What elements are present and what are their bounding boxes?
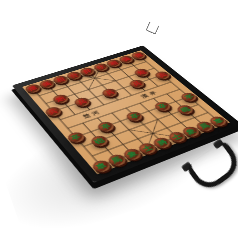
case-clasp-icon [145, 21, 159, 35]
piece-character: 俥 [133, 52, 143, 57]
board-point-6-6: 卒 [151, 100, 174, 113]
piece-character: 卒 [128, 112, 140, 119]
board-point-6-2: 卒 [94, 120, 117, 134]
piece-green-soldier[interactable]: 卒 [95, 120, 116, 133]
piece-character: 卒 [69, 133, 81, 141]
piece-character: 俥 [27, 85, 38, 91]
piece-character: 卒 [99, 123, 111, 130]
piece-character: 兵 [104, 89, 115, 95]
piece-character: 炮 [55, 95, 66, 102]
piece-green-soldier[interactable]: 卒 [179, 91, 200, 102]
product-photo-scene: 楚河 漢界 俥傌相仕帥仕相傌俥炮炮兵兵兵兵兵卒卒卒卒卒砲砲車馬象士將士象馬車 [0, 0, 238, 238]
piece-character: 將 [156, 138, 169, 146]
board-point-6-0: 卒 [64, 130, 87, 145]
piece-character: 士 [170, 133, 183, 141]
piece-red-soldier[interactable]: 兵 [153, 70, 173, 80]
piece-character: 相 [108, 60, 119, 66]
piece-character: 仕 [69, 72, 80, 78]
board-point-7-7: 砲 [174, 103, 197, 116]
piece-red-soldier[interactable]: 兵 [100, 87, 120, 98]
piece-character: 砲 [93, 137, 106, 145]
piece-character: 傌 [41, 81, 52, 87]
piece-character: 炮 [136, 69, 147, 75]
piece-character: 兵 [131, 80, 142, 86]
piece-red-soldier[interactable]: 兵 [43, 105, 63, 117]
piece-character: 車 [94, 161, 107, 170]
piece-red-cannon[interactable]: 炮 [132, 67, 151, 77]
piece-character: 象 [184, 127, 197, 135]
board-point-3-8: 兵 [152, 70, 173, 81]
piece-character: 卒 [183, 93, 195, 99]
piece-character: 兵 [76, 98, 87, 105]
piece-character: 車 [212, 117, 224, 124]
piece-character: 傌 [121, 56, 132, 61]
piece-character: 仕 [95, 64, 106, 70]
board-point-6-8: 卒 [178, 91, 200, 103]
piece-character: 砲 [179, 106, 191, 113]
board-point-3-6: 兵 [126, 78, 147, 90]
piece-character: 馬 [110, 155, 123, 163]
piece-character: 兵 [47, 108, 59, 115]
piece-green-cannon[interactable]: 砲 [174, 103, 195, 115]
piece-green-soldier[interactable]: 卒 [124, 110, 145, 122]
piece-character: 士 [141, 144, 154, 152]
board-point-3-0: 兵 [42, 105, 64, 118]
board-point-6-4: 卒 [123, 110, 146, 123]
piece-green-cannon[interactable]: 砲 [88, 134, 110, 148]
piece-green-soldier[interactable]: 卒 [152, 100, 173, 112]
piece-character: 相 [55, 76, 66, 82]
piece-character: 卒 [156, 103, 168, 110]
piece-red-soldier[interactable]: 兵 [127, 78, 147, 89]
board-point-2-7: 炮 [131, 67, 152, 78]
board-point-2-1: 炮 [50, 93, 71, 105]
piece-character: 兵 [157, 72, 168, 78]
piece-character: 帥 [82, 68, 93, 74]
piece-character: 象 [126, 150, 139, 158]
piece-green-soldier[interactable]: 卒 [65, 131, 87, 145]
handle-bar [186, 140, 238, 195]
piece-red-cannon[interactable]: 炮 [50, 93, 70, 105]
board-point-3-4: 兵 [99, 87, 121, 99]
board-point-7-1: 砲 [87, 134, 111, 149]
piece-red-soldier[interactable]: 兵 [72, 96, 92, 108]
board-point-3-2: 兵 [71, 96, 93, 109]
piece-character: 馬 [198, 122, 211, 129]
